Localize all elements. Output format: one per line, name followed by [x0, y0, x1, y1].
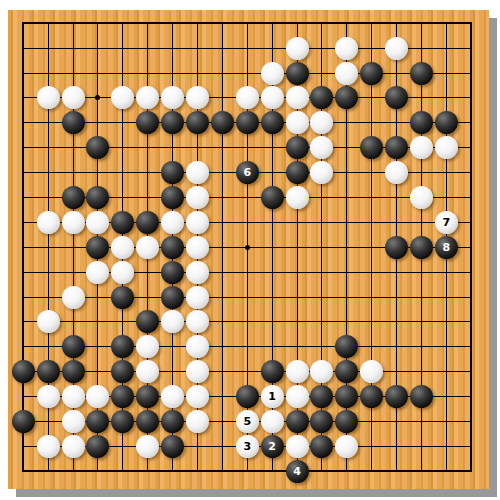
intersection-c1-r19[interactable]: [11, 459, 36, 484]
black-stone[interactable]: [410, 385, 433, 408]
intersection-c5-r7[interactable]: [110, 160, 135, 185]
intersection-c1-r3[interactable]: [11, 61, 36, 86]
white-stone[interactable]: [410, 186, 433, 209]
intersection-c1-r7[interactable]: [11, 160, 36, 185]
intersection-c8-r13[interactable]: [185, 310, 210, 335]
black-stone[interactable]: [136, 310, 159, 333]
intersection-c7-r15[interactable]: [160, 359, 185, 384]
white-stone[interactable]: [111, 236, 134, 259]
intersection-c1-r14[interactable]: [11, 334, 36, 359]
intersection-c19-r19[interactable]: [459, 459, 484, 484]
intersection-c12-r3[interactable]: [285, 61, 310, 86]
intersection-c12-r6[interactable]: [285, 135, 310, 160]
black-stone[interactable]: [111, 335, 134, 358]
intersection-c8-r7[interactable]: [185, 160, 210, 185]
intersection-c10-r5[interactable]: [235, 110, 260, 135]
intersection-c12-r13[interactable]: [285, 310, 310, 335]
intersection-c16-r10[interactable]: [384, 235, 409, 260]
intersection-c7-r1[interactable]: [160, 11, 185, 36]
black-stone[interactable]: [111, 360, 134, 383]
intersection-c18-r4[interactable]: [434, 86, 459, 111]
intersection-c9-r18[interactable]: [210, 434, 235, 459]
intersection-c1-r12[interactable]: [11, 285, 36, 310]
intersection-c12-r10[interactable]: [285, 235, 310, 260]
white-stone[interactable]: [62, 286, 85, 309]
intersection-c16-r9[interactable]: [384, 210, 409, 235]
white-stone[interactable]: [261, 86, 284, 109]
black-stone[interactable]: [111, 385, 134, 408]
black-stone[interactable]: [310, 410, 333, 433]
white-stone[interactable]: [186, 385, 209, 408]
white-stone[interactable]: [310, 161, 333, 184]
intersection-c19-r18[interactable]: [459, 434, 484, 459]
intersection-c10-r4[interactable]: [235, 86, 260, 111]
black-stone[interactable]: [310, 86, 333, 109]
white-stone[interactable]: [186, 161, 209, 184]
intersection-c12-r17[interactable]: [285, 409, 310, 434]
black-stone[interactable]: [86, 136, 109, 159]
intersection-c5-r13[interactable]: [110, 310, 135, 335]
white-stone[interactable]: [37, 86, 60, 109]
black-stone[interactable]: [310, 435, 333, 458]
black-stone[interactable]: [286, 410, 309, 433]
intersection-c17-r6[interactable]: [409, 135, 434, 160]
black-stone[interactable]: [261, 360, 284, 383]
intersection-c16-r3[interactable]: [384, 61, 409, 86]
intersection-c17-r7[interactable]: [409, 160, 434, 185]
black-stone[interactable]: [161, 161, 184, 184]
intersection-c14-r16[interactable]: [334, 384, 359, 409]
intersection-c18-r11[interactable]: [434, 260, 459, 285]
intersection-c18-r10[interactable]: 8: [434, 235, 459, 260]
intersection-c12-r16[interactable]: [285, 384, 310, 409]
intersection-c18-r8[interactable]: [434, 185, 459, 210]
intersection-c15-r13[interactable]: [359, 310, 384, 335]
white-stone-move-3[interactable]: 3: [236, 435, 259, 458]
intersection-c7-r4[interactable]: [160, 86, 185, 111]
white-stone[interactable]: [286, 37, 309, 60]
intersection-c14-r7[interactable]: [334, 160, 359, 185]
white-stone[interactable]: [335, 37, 358, 60]
intersection-c11-r2[interactable]: [260, 36, 285, 61]
intersection-c5-r3[interactable]: [110, 61, 135, 86]
intersection-c5-r18[interactable]: [110, 434, 135, 459]
intersection-c2-r12[interactable]: [36, 285, 61, 310]
intersection-c3-r6[interactable]: [61, 135, 86, 160]
intersection-c13-r12[interactable]: [310, 285, 335, 310]
white-stone[interactable]: [136, 335, 159, 358]
intersection-c6-r14[interactable]: [135, 334, 160, 359]
intersection-c7-r2[interactable]: [160, 36, 185, 61]
intersection-c15-r9[interactable]: [359, 210, 384, 235]
intersection-c5-r12[interactable]: [110, 285, 135, 310]
intersection-c6-r8[interactable]: [135, 185, 160, 210]
black-stone[interactable]: [335, 410, 358, 433]
intersection-c9-r6[interactable]: [210, 135, 235, 160]
intersection-c14-r12[interactable]: [334, 285, 359, 310]
white-stone[interactable]: [286, 111, 309, 134]
black-stone[interactable]: [86, 410, 109, 433]
white-stone[interactable]: [37, 211, 60, 234]
intersection-c3-r13[interactable]: [61, 310, 86, 335]
intersection-c19-r12[interactable]: [459, 285, 484, 310]
intersection-c8-r2[interactable]: [185, 36, 210, 61]
intersection-c5-r5[interactable]: [110, 110, 135, 135]
black-stone[interactable]: [385, 86, 408, 109]
intersection-c12-r8[interactable]: [285, 185, 310, 210]
white-stone[interactable]: [435, 136, 458, 159]
intersection-c8-r16[interactable]: [185, 384, 210, 409]
intersection-c7-r13[interactable]: [160, 310, 185, 335]
intersection-c9-r17[interactable]: [210, 409, 235, 434]
black-stone[interactable]: [385, 236, 408, 259]
black-stone[interactable]: [360, 136, 383, 159]
white-stone[interactable]: [161, 211, 184, 234]
black-stone[interactable]: [161, 286, 184, 309]
intersection-c2-r9[interactable]: [36, 210, 61, 235]
intersection-c2-r10[interactable]: [36, 235, 61, 260]
intersection-c18-r16[interactable]: [434, 384, 459, 409]
intersection-c16-r5[interactable]: [384, 110, 409, 135]
intersection-c10-r13[interactable]: [235, 310, 260, 335]
intersection-c7-r17[interactable]: [160, 409, 185, 434]
intersection-c13-r14[interactable]: [310, 334, 335, 359]
intersection-c6-r4[interactable]: [135, 86, 160, 111]
white-stone[interactable]: [186, 261, 209, 284]
intersection-c9-r15[interactable]: [210, 359, 235, 384]
intersection-c3-r7[interactable]: [61, 160, 86, 185]
white-stone[interactable]: [136, 435, 159, 458]
intersection-c17-r1[interactable]: [409, 11, 434, 36]
intersection-c9-r2[interactable]: [210, 36, 235, 61]
black-stone[interactable]: [86, 236, 109, 259]
intersection-c16-r2[interactable]: [384, 36, 409, 61]
intersection-c5-r10[interactable]: [110, 235, 135, 260]
intersection-c2-r11[interactable]: [36, 260, 61, 285]
intersection-c12-r4[interactable]: [285, 86, 310, 111]
intersection-c3-r12[interactable]: [61, 285, 86, 310]
intersection-c12-r19[interactable]: 4: [285, 459, 310, 484]
intersection-c13-r4[interactable]: [310, 86, 335, 111]
intersection-c15-r16[interactable]: [359, 384, 384, 409]
intersection-c15-r10[interactable]: [359, 235, 384, 260]
intersection-c7-r9[interactable]: [160, 210, 185, 235]
intersection-c2-r4[interactable]: [36, 86, 61, 111]
intersection-c3-r10[interactable]: [61, 235, 86, 260]
white-stone[interactable]: [310, 136, 333, 159]
black-stone[interactable]: [62, 111, 85, 134]
intersection-c7-r3[interactable]: [160, 61, 185, 86]
intersection-c9-r14[interactable]: [210, 334, 235, 359]
intersection-c3-r14[interactable]: [61, 334, 86, 359]
intersection-c16-r11[interactable]: [384, 260, 409, 285]
intersection-c6-r17[interactable]: [135, 409, 160, 434]
black-stone[interactable]: [136, 385, 159, 408]
intersection-c6-r16[interactable]: [135, 384, 160, 409]
intersection-c11-r16[interactable]: 1: [260, 384, 285, 409]
black-stone[interactable]: [211, 111, 234, 134]
intersection-c16-r4[interactable]: [384, 86, 409, 111]
intersection-c12-r11[interactable]: [285, 260, 310, 285]
intersection-c4-r3[interactable]: [86, 61, 111, 86]
intersection-c3-r8[interactable]: [61, 185, 86, 210]
intersection-c13-r1[interactable]: [310, 11, 335, 36]
white-stone[interactable]: [86, 385, 109, 408]
white-stone[interactable]: [186, 286, 209, 309]
black-stone-move-8[interactable]: 8: [435, 236, 458, 259]
intersection-c9-r9[interactable]: [210, 210, 235, 235]
black-stone[interactable]: [286, 62, 309, 85]
intersection-c18-r13[interactable]: [434, 310, 459, 335]
intersection-c18-r9[interactable]: 7: [434, 210, 459, 235]
intersection-c15-r8[interactable]: [359, 185, 384, 210]
white-stone[interactable]: [62, 385, 85, 408]
intersection-c9-r5[interactable]: [210, 110, 235, 135]
intersection-c15-r11[interactable]: [359, 260, 384, 285]
intersection-c16-r13[interactable]: [384, 310, 409, 335]
intersection-c1-r6[interactable]: [11, 135, 36, 160]
intersection-c7-r6[interactable]: [160, 135, 185, 160]
intersection-c16-r6[interactable]: [384, 135, 409, 160]
intersection-c5-r1[interactable]: [110, 11, 135, 36]
intersection-c8-r15[interactable]: [185, 359, 210, 384]
intersection-c15-r15[interactable]: [359, 359, 384, 384]
intersection-c15-r4[interactable]: [359, 86, 384, 111]
intersection-c11-r8[interactable]: [260, 185, 285, 210]
white-stone[interactable]: [186, 186, 209, 209]
black-stone[interactable]: [360, 62, 383, 85]
white-stone[interactable]: [360, 360, 383, 383]
white-stone[interactable]: [136, 236, 159, 259]
intersection-c16-r12[interactable]: [384, 285, 409, 310]
black-stone-move-4[interactable]: 4: [286, 460, 309, 483]
intersection-c18-r1[interactable]: [434, 11, 459, 36]
intersection-c1-r17[interactable]: [11, 409, 36, 434]
intersection-c10-r16[interactable]: [235, 384, 260, 409]
intersection-c19-r9[interactable]: [459, 210, 484, 235]
intersection-c6-r3[interactable]: [135, 61, 160, 86]
intersection-c12-r14[interactable]: [285, 334, 310, 359]
intersection-c10-r1[interactable]: [235, 11, 260, 36]
black-stone[interactable]: [186, 111, 209, 134]
intersection-c17-r8[interactable]: [409, 185, 434, 210]
intersection-c17-r4[interactable]: [409, 86, 434, 111]
intersection-c4-r11[interactable]: [86, 260, 111, 285]
intersection-c13-r2[interactable]: [310, 36, 335, 61]
intersection-c8-r5[interactable]: [185, 110, 210, 135]
intersection-c17-r16[interactable]: [409, 384, 434, 409]
white-stone[interactable]: [86, 261, 109, 284]
white-stone[interactable]: [261, 410, 284, 433]
intersection-c8-r1[interactable]: [185, 11, 210, 36]
black-stone[interactable]: [111, 286, 134, 309]
intersection-c13-r19[interactable]: [310, 459, 335, 484]
intersection-c1-r4[interactable]: [11, 86, 36, 111]
intersection-c4-r8[interactable]: [86, 185, 111, 210]
intersection-c12-r12[interactable]: [285, 285, 310, 310]
intersection-c8-r6[interactable]: [185, 135, 210, 160]
intersection-c13-r6[interactable]: [310, 135, 335, 160]
intersection-c17-r17[interactable]: [409, 409, 434, 434]
intersection-c15-r18[interactable]: [359, 434, 384, 459]
intersection-c2-r14[interactable]: [36, 334, 61, 359]
white-stone[interactable]: [286, 435, 309, 458]
intersection-c6-r13[interactable]: [135, 310, 160, 335]
intersection-c10-r2[interactable]: [235, 36, 260, 61]
intersection-c15-r3[interactable]: [359, 61, 384, 86]
white-stone[interactable]: [62, 410, 85, 433]
intersection-c5-r6[interactable]: [110, 135, 135, 160]
intersection-c7-r5[interactable]: [160, 110, 185, 135]
intersection-c3-r4[interactable]: [61, 86, 86, 111]
intersection-c7-r8[interactable]: [160, 185, 185, 210]
intersection-c8-r8[interactable]: [185, 185, 210, 210]
intersection-c12-r2[interactable]: [285, 36, 310, 61]
intersection-c10-r15[interactable]: [235, 359, 260, 384]
intersection-c4-r9[interactable]: [86, 210, 111, 235]
intersection-c3-r2[interactable]: [61, 36, 86, 61]
white-stone[interactable]: [385, 161, 408, 184]
black-stone[interactable]: [12, 410, 35, 433]
black-stone[interactable]: [335, 360, 358, 383]
intersection-c5-r17[interactable]: [110, 409, 135, 434]
intersection-c6-r5[interactable]: [135, 110, 160, 135]
white-stone[interactable]: [286, 186, 309, 209]
intersection-c6-r6[interactable]: [135, 135, 160, 160]
white-stone[interactable]: [186, 211, 209, 234]
intersection-c11-r19[interactable]: [260, 459, 285, 484]
intersection-c2-r13[interactable]: [36, 310, 61, 335]
intersection-c19-r5[interactable]: [459, 110, 484, 135]
intersection-c4-r5[interactable]: [86, 110, 111, 135]
intersection-c4-r2[interactable]: [86, 36, 111, 61]
intersection-c18-r12[interactable]: [434, 285, 459, 310]
intersection-c7-r19[interactable]: [160, 459, 185, 484]
intersection-c9-r7[interactable]: [210, 160, 235, 185]
black-stone[interactable]: [236, 385, 259, 408]
intersection-c19-r17[interactable]: [459, 409, 484, 434]
intersection-c6-r11[interactable]: [135, 260, 160, 285]
intersection-c14-r11[interactable]: [334, 260, 359, 285]
intersection-c12-r15[interactable]: [285, 359, 310, 384]
intersection-c1-r5[interactable]: [11, 110, 36, 135]
intersection-c11-r15[interactable]: [260, 359, 285, 384]
intersection-c3-r11[interactable]: [61, 260, 86, 285]
black-stone[interactable]: [286, 161, 309, 184]
intersection-c15-r19[interactable]: [359, 459, 384, 484]
white-stone[interactable]: [236, 86, 259, 109]
intersection-c18-r17[interactable]: [434, 409, 459, 434]
intersection-c4-r10[interactable]: [86, 235, 111, 260]
black-stone-move-2[interactable]: 2: [261, 435, 284, 458]
intersection-c1-r9[interactable]: [11, 210, 36, 235]
intersection-c11-r14[interactable]: [260, 334, 285, 359]
intersection-c12-r1[interactable]: [285, 11, 310, 36]
intersection-c14-r13[interactable]: [334, 310, 359, 335]
white-stone[interactable]: [161, 86, 184, 109]
intersection-c19-r15[interactable]: [459, 359, 484, 384]
intersection-c10-r11[interactable]: [235, 260, 260, 285]
intersection-c8-r19[interactable]: [185, 459, 210, 484]
black-stone[interactable]: [385, 136, 408, 159]
intersection-c16-r7[interactable]: [384, 160, 409, 185]
black-stone[interactable]: [37, 360, 60, 383]
intersection-c14-r9[interactable]: [334, 210, 359, 235]
intersection-c15-r5[interactable]: [359, 110, 384, 135]
intersection-c18-r18[interactable]: [434, 434, 459, 459]
intersection-c10-r7[interactable]: 6: [235, 160, 260, 185]
black-stone[interactable]: [12, 360, 35, 383]
intersection-c9-r12[interactable]: [210, 285, 235, 310]
intersection-c3-r15[interactable]: [61, 359, 86, 384]
intersection-c19-r6[interactable]: [459, 135, 484, 160]
white-stone[interactable]: [186, 310, 209, 333]
intersection-c11-r18[interactable]: 2: [260, 434, 285, 459]
intersection-c14-r6[interactable]: [334, 135, 359, 160]
intersection-c10-r17[interactable]: 5: [235, 409, 260, 434]
intersection-c2-r7[interactable]: [36, 160, 61, 185]
intersection-c17-r9[interactable]: [409, 210, 434, 235]
white-stone[interactable]: [86, 211, 109, 234]
intersection-c11-r5[interactable]: [260, 110, 285, 135]
intersection-c18-r3[interactable]: [434, 61, 459, 86]
intersection-c16-r17[interactable]: [384, 409, 409, 434]
intersection-c4-r7[interactable]: [86, 160, 111, 185]
white-stone[interactable]: [111, 86, 134, 109]
intersection-c15-r2[interactable]: [359, 36, 384, 61]
black-stone[interactable]: [161, 435, 184, 458]
intersection-c11-r7[interactable]: [260, 160, 285, 185]
intersection-c1-r13[interactable]: [11, 310, 36, 335]
black-stone[interactable]: [62, 360, 85, 383]
intersection-c2-r1[interactable]: [36, 11, 61, 36]
white-stone[interactable]: [161, 310, 184, 333]
intersection-c14-r15[interactable]: [334, 359, 359, 384]
black-stone[interactable]: [335, 385, 358, 408]
intersection-c1-r8[interactable]: [11, 185, 36, 210]
intersection-c18-r5[interactable]: [434, 110, 459, 135]
intersection-c1-r2[interactable]: [11, 36, 36, 61]
black-stone[interactable]: [335, 86, 358, 109]
intersection-c1-r1[interactable]: [11, 11, 36, 36]
black-stone[interactable]: [111, 410, 134, 433]
intersection-c2-r2[interactable]: [36, 36, 61, 61]
intersection-c14-r2[interactable]: [334, 36, 359, 61]
intersection-c3-r18[interactable]: [61, 434, 86, 459]
intersection-c11-r9[interactable]: [260, 210, 285, 235]
intersection-c4-r13[interactable]: [86, 310, 111, 335]
black-stone[interactable]: [261, 111, 284, 134]
intersection-c7-r18[interactable]: [160, 434, 185, 459]
intersection-c11-r4[interactable]: [260, 86, 285, 111]
intersection-c18-r14[interactable]: [434, 334, 459, 359]
black-stone[interactable]: [161, 236, 184, 259]
intersection-c2-r19[interactable]: [36, 459, 61, 484]
white-stone[interactable]: [335, 435, 358, 458]
intersection-c8-r14[interactable]: [185, 334, 210, 359]
intersection-c4-r17[interactable]: [86, 409, 111, 434]
black-stone[interactable]: [335, 335, 358, 358]
intersection-c19-r2[interactable]: [459, 36, 484, 61]
intersection-c5-r9[interactable]: [110, 210, 135, 235]
intersection-c19-r4[interactable]: [459, 86, 484, 111]
intersection-c18-r15[interactable]: [434, 359, 459, 384]
intersection-c2-r18[interactable]: [36, 434, 61, 459]
black-stone[interactable]: [62, 335, 85, 358]
intersection-c4-r18[interactable]: [86, 434, 111, 459]
intersection-c9-r19[interactable]: [210, 459, 235, 484]
white-stone[interactable]: [261, 62, 284, 85]
